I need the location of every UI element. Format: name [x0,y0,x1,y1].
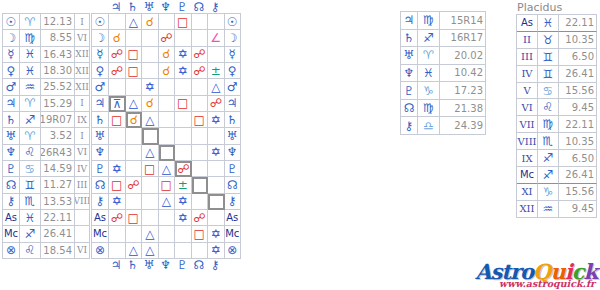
empty-cell [142,30,159,46]
chart-b-positions-table: ♃♍15R14♄♐16R17♅♈20.02♆♓10.42♇♑17.23☊♍21.… [400,11,486,135]
aquarius-icon: ♒ [20,79,41,95]
empty-cell [126,145,143,161]
leo-icon: ♌ [20,145,41,161]
aspect-opposition: ☍ [192,63,209,79]
pluto-house: IV [75,161,90,177]
jupiter-icon: ♃ [401,12,418,30]
uranus-house: I [75,128,90,144]
aspect-opposition: ☍ [109,210,126,226]
pluto-col-icon: ♇ [174,258,191,272]
midheaven-row-icon: Mc [92,226,109,242]
aspect-conjunction: ☌ [142,14,159,30]
aspect-semisquare: ∠ [208,30,225,46]
sun-row-icon: ☉ [92,14,109,30]
mars-degree: 25.52 [41,79,75,95]
house-III-sign-icon: ♊ [538,49,559,66]
chart-a-positions-table: ☉♈12.13I☽♍8.55VI☿♓16.43XII♀♓18.30XII♂♒25… [2,13,90,259]
house-As-sign-icon: ♓ [538,15,559,32]
empty-cell [192,194,209,210]
house-II-label: II [517,32,538,49]
aspect-opposition: ☍ [126,177,143,193]
empty-cell [208,210,225,226]
aspect-trine: △ [142,145,159,161]
sagittarius-icon: ♐ [20,112,41,128]
empty-cell [175,243,192,259]
astroquick-aspectarian-page: { "game": "astrology-aspectarian-bichart… [0,0,600,290]
aspect-trine: △ [159,194,176,210]
empty-cell [142,128,159,144]
aspect-trine: △ [208,79,225,95]
empty-cell [126,226,143,242]
empty-cell [192,243,209,259]
saturn-row-icon-right: ♄ [225,112,242,128]
cancer-icon: ♋ [20,161,41,177]
house-Mc-sign-icon: ♐ [538,167,559,184]
aspect-square: □ [175,14,192,30]
scorpio-icon: ♏ [20,194,41,210]
north-node-col-icon: ☊ [191,0,208,14]
pisces-icon: ♓ [20,47,41,63]
aspect-sextile: ✡ [208,112,225,128]
empty-cell [192,161,209,177]
aspect-biquintile: ± [208,63,225,79]
aspect-trine: △ [159,161,176,177]
mars-house: XII [75,79,90,95]
aspect-square: □ [175,96,192,112]
neptune-col-icon: ♆ [158,258,175,272]
house-VI-sign-icon: ♌ [538,99,559,116]
chiron-col-icon: ⚷ [207,258,224,272]
jupiter-degree: 15.29 [41,96,75,112]
empty-cell [175,145,192,161]
house-VI-degree: 9.45 [559,99,597,116]
uranus-icon: ♅ [401,47,418,65]
aspect-sextile: ✡ [208,243,225,259]
moon-row-icon: ☽ [92,30,109,46]
aspect-square: □ [192,112,209,128]
ascendant-icon: As [3,210,20,226]
pluto-icon: ♇ [401,82,418,100]
empty-cell [159,226,176,242]
mercury-house: XII [75,47,90,63]
aspect-sextile: ✡ [142,79,159,95]
empty-cell [175,79,192,95]
chiron-icon: ⚷ [3,194,20,210]
empty-cell [192,128,209,144]
mercury-row-icon-right: ☿ [225,47,242,63]
sun-degree: 12.13 [41,14,75,30]
house-Mc-degree: 26.41 [559,167,597,184]
empty-cell [159,14,176,30]
aspect-square: □ [159,177,176,193]
empty-cell [208,128,225,144]
gemini-icon: ♊ [20,177,41,193]
saturn-row-icon: ♄ [92,112,109,128]
chiron-degree: 24.39 [440,117,486,135]
house-XI-label: XI [517,184,538,201]
aspect-opposition: ☍ [109,47,126,63]
uranus-row-icon-right: ♅ [225,128,242,144]
aspect-trine: △ [126,14,143,30]
empty-cell [175,226,192,242]
neptune-icon: ♆ [401,65,418,83]
aspect-sextile: ✡ [109,161,126,177]
ascendant-row-icon-right: As [225,210,242,226]
aspect-quincunx: ⊼ [109,96,126,112]
house-II-degree: 10.35 [559,32,597,49]
venus-icon: ♀ [3,63,20,79]
house-IX-label: IX [517,150,538,167]
aries-icon: ♈ [418,47,440,65]
pluto-degree: 17.23 [440,82,486,100]
ascendant-row-icon: As [92,210,109,226]
empty-cell [192,79,209,95]
aspect-opposition: ☍ [175,161,192,177]
mercury-row-icon: ☿ [92,47,109,63]
house-XI-sign-icon: ♑ [538,184,559,201]
midheaven-row-icon-right: Mc [225,226,242,242]
empty-cell [208,161,225,177]
aspect-sextile: ✡ [208,226,225,242]
aspect-grid: ☉△☌□☉☽☌☍∠☽☿☍□☌✡☍☿♀☍□☌✡☍±♀♂✡△♂♃⊼△☌□☍♃♄□☌△… [91,13,241,259]
house-VIII-degree: 10.35 [559,133,597,150]
aspect-square: □ [142,161,159,177]
jupiter-row-icon-right: ♃ [225,96,242,112]
venus-row-icon: ♀ [92,63,109,79]
empty-cell [175,112,192,128]
aspect-sextile: ✡ [175,63,192,79]
venus-house: XII [75,63,90,79]
empty-cell [159,145,176,161]
saturn-degree: 19R07 [41,112,75,128]
empty-cell [159,243,176,259]
aspect-opposition: ☍ [109,63,126,79]
aspect-sextile: ✡ [175,210,192,226]
libra-icon: ♎ [418,117,440,135]
house-VII-degree: 22.11 [559,116,597,133]
north-node-row-icon-right: ☊ [225,177,242,193]
aspect-trine: △ [142,112,159,128]
house-II-sign-icon: ♉ [538,32,559,49]
house-V-label: V [517,83,538,100]
empty-cell [159,96,176,112]
chiron-icon: ⚷ [401,117,418,135]
uranus-icon: ♅ [3,128,20,144]
midheaven-house [75,226,90,242]
saturn-icon: ♄ [401,30,418,48]
north-node-degree: 11.27 [41,177,75,193]
north-node-icon: ☊ [401,100,418,118]
north-node-degree: 21.38 [440,100,486,118]
house-As-label: As [517,15,538,32]
house-VIII-label: VIII [517,133,538,150]
aries-icon: ♈ [20,14,41,30]
empty-cell [192,14,209,30]
house-V-sign-icon: ♋ [538,83,559,100]
empty-cell [126,30,143,46]
empty-cell [142,63,159,79]
house-III-degree: 6.50 [559,49,597,66]
saturn-icon: ♄ [3,112,20,128]
house-IV-label: IV [517,66,538,83]
part-of-fortune-row-icon: ⊗ [92,243,109,259]
pluto-col-icon: ♇ [174,0,191,14]
saturn-col-icon: ♄ [125,0,142,14]
empty-cell [159,79,176,95]
sun-row-icon-right: ☉ [225,14,242,30]
moon-row-icon-right: ☽ [225,30,242,46]
jupiter-degree: 15R14 [440,12,486,30]
chiron-col-icon: ⚷ [207,0,224,14]
empty-cell [192,30,209,46]
empty-cell [109,79,126,95]
aspect-sextile: ✡ [208,145,225,161]
uranus-col-icon: ♅ [141,258,158,272]
empty-cell [126,79,143,95]
pluto-row-icon-right: ♇ [225,161,242,177]
empty-cell [208,14,225,30]
uranus-row-icon: ♅ [92,128,109,144]
moon-icon: ☽ [3,30,20,46]
aspect-sextile: ✡ [175,194,192,210]
house-system-label: Placidus [517,1,562,14]
empty-cell [159,112,176,128]
house-IV-sign-icon: ♊ [538,66,559,83]
pisces-icon: ♓ [418,65,440,83]
aspect-trine: △ [142,226,159,242]
pluto-icon: ♇ [3,161,20,177]
empty-cell [126,161,143,177]
empty-cell [208,177,225,193]
aspect-trine: △ [142,243,159,259]
neptune-degree: 10.42 [440,65,486,83]
jupiter-col-icon: ♃ [108,258,125,272]
house-VII-sign-icon: ♍ [538,116,559,133]
aspect-sextile: ✡ [109,194,126,210]
uranus-degree: 20.02 [440,47,486,65]
aspect-conjunction: ☌ [126,112,143,128]
house-XII-degree: 9.45 [559,201,597,218]
moon-house: VI [75,30,90,46]
sagittarius-icon: ♐ [418,30,440,48]
house-XII-label: XII [517,201,538,218]
sun-house: I [75,14,90,30]
neptune-row-icon-right: ♆ [225,145,242,161]
capricorn-icon: ♑ [418,82,440,100]
virgo-icon: ♍ [20,30,41,46]
pisces-icon: ♓ [20,210,41,226]
aspect-conjunction: ☌ [142,96,159,112]
pluto-degree: 14.59 [41,161,75,177]
house-As-degree: 22.11 [559,15,597,32]
saturn-col-icon: ♄ [125,258,142,272]
part-of-fortune-house: VI [75,243,90,259]
empty-cell [192,177,209,193]
empty-cell [142,210,159,226]
house-VI-label: VI [517,99,538,116]
aspect-sextile: ✡ [175,47,192,63]
house-IX-sign-icon: ♐ [538,150,559,167]
empty-cell [142,177,159,193]
aspect-grid-column-planets-top: ♃♄♅♆♇☊⚷ [108,0,224,13]
virgo-icon: ♍ [418,12,440,30]
midheaven-icon: Mc [3,226,20,242]
north-node-house: III [75,177,90,193]
ascendant-degree: 22.11 [41,210,75,226]
chiron-row-icon: ⚷ [92,194,109,210]
saturn-house: IX [75,112,90,128]
aspect-square: □ [126,47,143,63]
uranus-col-icon: ♅ [141,0,158,14]
aspect-conjunction: ☌ [109,30,126,46]
house-XII-sign-icon: ♒ [538,201,559,218]
empty-cell [208,47,225,63]
ascendant-house [75,210,90,226]
neptune-row-icon: ♆ [92,145,109,161]
midheaven-degree: 26.41 [41,226,75,242]
neptune-col-icon: ♆ [158,0,175,14]
sagittarius-icon: ♐ [20,226,41,242]
mercury-icon: ☿ [3,47,20,63]
empty-cell [159,210,176,226]
venus-degree: 18.30 [41,63,75,79]
empty-cell [109,243,126,259]
empty-cell [208,194,225,210]
mars-icon: ♂ [3,79,20,95]
empty-cell [175,30,192,46]
mars-row-icon-right: ♂ [225,79,242,95]
aspect-square: □ [109,177,126,193]
empty-cell [192,145,209,161]
house-V-degree: 15.56 [559,83,597,100]
saturn-degree: 16R17 [440,30,486,48]
house-VIII-sign-icon: ♏ [538,133,559,150]
empty-cell [126,128,143,144]
mercury-degree: 16.43 [41,47,75,63]
aspect-trine: △ [126,96,143,112]
aspect-opposition: ☍ [208,96,225,112]
empty-cell [142,194,159,210]
aspect-grid-column-planets-bottom: ♃♄♅♆♇☊⚷ [108,258,224,272]
aspect-conjunction: ☌ [159,63,176,79]
aspect-square: □ [126,210,143,226]
north-node-col-icon: ☊ [191,258,208,272]
astroquick-logo: AstroQuick www.astroquick.fr [475,261,597,289]
house-cusps-table: As♓22.11II♉10.35III♊6.50IV♊26.41V♋15.56V… [516,14,597,218]
jupiter-house: I [75,96,90,112]
moon-degree: 8.55 [41,30,75,46]
aspect-biquintile: ± [175,177,192,193]
aspect-opposition: ☍ [159,30,176,46]
aries-icon: ♈ [20,128,41,144]
empty-cell [192,96,209,112]
neptune-icon: ♆ [3,145,20,161]
aspect-opposition: ☍ [192,210,209,226]
empty-cell [109,145,126,161]
aspect-square: □ [126,63,143,79]
chiron-house: VIII [75,194,90,210]
north-node-row-icon: ☊ [92,177,109,193]
house-IX-degree: 6.50 [559,150,597,167]
venus-row-icon-right: ♀ [225,63,242,79]
empty-cell [159,128,176,144]
empty-cell [109,226,126,242]
aspect-conjunction: ☌ [159,47,176,63]
part-of-fortune-row-icon-right: ⊗ [225,243,242,259]
empty-cell [142,47,159,63]
chiron-degree: 13.53 [41,194,75,210]
uranus-degree: 3.52 [41,128,75,144]
empty-cell [126,194,143,210]
empty-cell [175,128,192,144]
virgo-icon: ♍ [418,100,440,118]
house-IV-degree: 26.41 [559,66,597,83]
aspect-square: □ [192,226,209,242]
chiron-row-icon-right: ⚷ [225,194,242,210]
empty-cell [109,14,126,30]
jupiter-icon: ♃ [3,96,20,112]
part-of-fortune-degree: 18.54 [41,243,75,259]
leo-icon: ♌ [20,243,41,259]
pluto-row-icon: ♇ [92,161,109,177]
house-Mc-label: Mc [517,167,538,184]
neptune-house: VI [75,145,90,161]
aspect-trine: △ [126,243,143,259]
house-VII-label: VII [517,116,538,133]
empty-cell [109,128,126,144]
north-node-icon: ☊ [3,177,20,193]
neptune-degree: 26R43 [41,145,75,161]
jupiter-row-icon: ♃ [92,96,109,112]
aspect-square: □ [109,112,126,128]
aries-icon: ♈ [20,96,41,112]
jupiter-col-icon: ♃ [108,0,125,14]
aspect-opposition: ☍ [192,47,209,63]
house-III-label: III [517,49,538,66]
part-of-fortune-icon: ⊗ [3,243,20,259]
pisces-icon: ♓ [20,63,41,79]
house-XI-degree: 15.56 [559,184,597,201]
sun-icon: ☉ [3,14,20,30]
mars-row-icon: ♂ [92,79,109,95]
